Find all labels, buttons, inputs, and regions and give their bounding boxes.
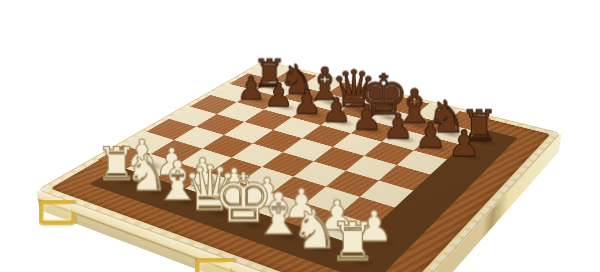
- chess-board: ♜♞♝♛♚♝♞♜♟♟♟♟♟♟♟♟♟♟♟♟♟♟♟♟♜♞♝♛♚♝♞♜: [36, 60, 561, 272]
- piece-dark-pawn: ♟: [447, 126, 479, 162]
- piece-white-rook: ♜: [328, 216, 376, 269]
- chess-set-photo: ♜♞♝♛♚♝♞♜♟♟♟♟♟♟♟♟♟♟♟♟♟♟♟♟♜♞♝♛♚♝♞♜: [0, 0, 600, 272]
